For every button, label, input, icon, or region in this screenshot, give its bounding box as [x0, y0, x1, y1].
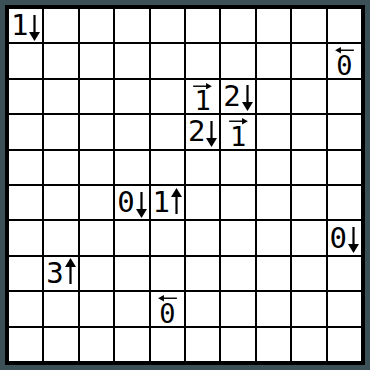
clue-number: 1: [11, 11, 28, 40]
arrow-down-icon: [242, 85, 253, 111]
clue-cell-r2c5: 1: [186, 80, 219, 113]
cell-r3c4[interactable]: [151, 115, 184, 148]
arrow-down-icon: [136, 192, 147, 218]
cell-r2c9[interactable]: [328, 80, 361, 113]
cell-r4c8[interactable]: [292, 151, 325, 184]
arrow-up-icon: [171, 188, 182, 214]
cell-r4c5[interactable]: [186, 151, 219, 184]
cell-r6c6[interactable]: [221, 221, 254, 254]
clue-cell-r5c3: 0: [115, 186, 148, 219]
cell-r7c4[interactable]: [151, 257, 184, 290]
cell-r4c7[interactable]: [257, 151, 290, 184]
cell-r9c3[interactable]: [115, 328, 148, 361]
cell-r0c5[interactable]: [186, 9, 219, 42]
arrow-down-icon: [206, 121, 217, 147]
cell-r5c9[interactable]: [328, 186, 361, 219]
cell-r4c9[interactable]: [328, 151, 361, 184]
cell-r1c2[interactable]: [80, 44, 113, 77]
cell-r9c8[interactable]: [292, 328, 325, 361]
cell-r0c8[interactable]: [292, 9, 325, 42]
cell-r0c9[interactable]: [328, 9, 361, 42]
cell-r8c0[interactable]: [9, 292, 42, 325]
cell-r4c4[interactable]: [151, 151, 184, 184]
cell-r9c1[interactable]: [44, 328, 77, 361]
cell-r1c7[interactable]: [257, 44, 290, 77]
cell-r3c7[interactable]: [257, 115, 290, 148]
clue-cell-r8c4: 0: [151, 292, 184, 325]
cell-r6c7[interactable]: [257, 221, 290, 254]
clue-number: 0: [117, 188, 134, 217]
cell-r4c6[interactable]: [221, 151, 254, 184]
cell-r5c5[interactable]: [186, 186, 219, 219]
arrow-down-icon: [348, 227, 359, 253]
cell-r4c2[interactable]: [80, 151, 113, 184]
cell-r8c6[interactable]: [221, 292, 254, 325]
clue-cell-r1c9: 0: [328, 44, 361, 77]
cell-r1c5[interactable]: [186, 44, 219, 77]
cell-r7c6[interactable]: [221, 257, 254, 290]
cell-r1c3[interactable]: [115, 44, 148, 77]
cell-r6c3[interactable]: [115, 221, 148, 254]
cell-r5c8[interactable]: [292, 186, 325, 219]
cell-r0c1[interactable]: [44, 9, 77, 42]
cell-r2c3[interactable]: [115, 80, 148, 113]
cell-r8c9[interactable]: [328, 292, 361, 325]
clue-number: 0: [330, 224, 347, 253]
clue-cell-r6c9: 0: [328, 221, 361, 254]
cell-r6c4[interactable]: [151, 221, 184, 254]
puzzle-frame: 10122101030: [0, 0, 370, 370]
arrow-down-icon: [29, 15, 40, 41]
cell-r7c9[interactable]: [328, 257, 361, 290]
cell-r3c1[interactable]: [44, 115, 77, 148]
cell-r6c0[interactable]: [9, 221, 42, 254]
cell-r7c5[interactable]: [186, 257, 219, 290]
clue-number: 1: [195, 90, 211, 113]
cell-r4c1[interactable]: [44, 151, 77, 184]
clue-number: 0: [336, 55, 352, 78]
clue-cell-r0c0: 1: [9, 9, 42, 42]
cell-r2c0[interactable]: [9, 80, 42, 113]
cell-r9c2[interactable]: [80, 328, 113, 361]
cell-r3c2[interactable]: [80, 115, 113, 148]
clue-cell-r7c1: 3: [44, 257, 77, 290]
cell-r8c7[interactable]: [257, 292, 290, 325]
cell-r8c1[interactable]: [44, 292, 77, 325]
cell-r7c3[interactable]: [115, 257, 148, 290]
cell-r7c7[interactable]: [257, 257, 290, 290]
cell-r1c8[interactable]: [292, 44, 325, 77]
cell-r6c2[interactable]: [80, 221, 113, 254]
cell-r0c6[interactable]: [221, 9, 254, 42]
arrow-up-icon: [65, 258, 76, 284]
cell-r8c3[interactable]: [115, 292, 148, 325]
cell-r8c5[interactable]: [186, 292, 219, 325]
cell-r4c0[interactable]: [9, 151, 42, 184]
cell-r9c9[interactable]: [328, 328, 361, 361]
cell-r7c0[interactable]: [9, 257, 42, 290]
cell-r1c1[interactable]: [44, 44, 77, 77]
cell-r1c4[interactable]: [151, 44, 184, 77]
cell-r5c7[interactable]: [257, 186, 290, 219]
cell-r1c0[interactable]: [9, 44, 42, 77]
cell-r2c2[interactable]: [80, 80, 113, 113]
cell-r6c5[interactable]: [186, 221, 219, 254]
cell-r3c3[interactable]: [115, 115, 148, 148]
clue-cell-r3c6: 1: [221, 115, 254, 148]
clue-number: 2: [188, 117, 205, 146]
cell-r5c1[interactable]: [44, 186, 77, 219]
cell-r2c8[interactable]: [292, 80, 325, 113]
cell-r3c8[interactable]: [292, 115, 325, 148]
cell-r7c2[interactable]: [80, 257, 113, 290]
cell-r9c5[interactable]: [186, 328, 219, 361]
cell-r5c2[interactable]: [80, 186, 113, 219]
clue-cell-r5c4: 1: [151, 186, 184, 219]
cell-r4c3[interactable]: [115, 151, 148, 184]
cell-r3c9[interactable]: [328, 115, 361, 148]
cell-r2c1[interactable]: [44, 80, 77, 113]
cell-r9c6[interactable]: [221, 328, 254, 361]
cell-r2c4[interactable]: [151, 80, 184, 113]
cell-r6c8[interactable]: [292, 221, 325, 254]
cell-r6c1[interactable]: [44, 221, 77, 254]
clue-number: 3: [46, 259, 63, 288]
cell-r5c6[interactable]: [221, 186, 254, 219]
clue-cell-r3c5: 2: [186, 115, 219, 148]
clue-number: 0: [159, 303, 175, 326]
cell-r8c8[interactable]: [292, 292, 325, 325]
clue-number: 2: [223, 82, 240, 111]
cell-r9c0[interactable]: [9, 328, 42, 361]
cell-r3c0[interactable]: [9, 115, 42, 148]
clue-number: 1: [153, 188, 170, 217]
cell-r1c6[interactable]: [221, 44, 254, 77]
cell-r7c8[interactable]: [292, 257, 325, 290]
cell-r9c7[interactable]: [257, 328, 290, 361]
cell-r0c4[interactable]: [151, 9, 184, 42]
cell-r2c7[interactable]: [257, 80, 290, 113]
cell-r5c0[interactable]: [9, 186, 42, 219]
cell-r9c4[interactable]: [151, 328, 184, 361]
cell-r0c3[interactable]: [115, 9, 148, 42]
cell-r0c7[interactable]: [257, 9, 290, 42]
yajilin-board: 10122101030: [5, 5, 365, 365]
cell-r8c2[interactable]: [80, 292, 113, 325]
cell-r0c2[interactable]: [80, 9, 113, 42]
clue-number: 1: [230, 126, 246, 149]
clue-cell-r2c6: 2: [221, 80, 254, 113]
